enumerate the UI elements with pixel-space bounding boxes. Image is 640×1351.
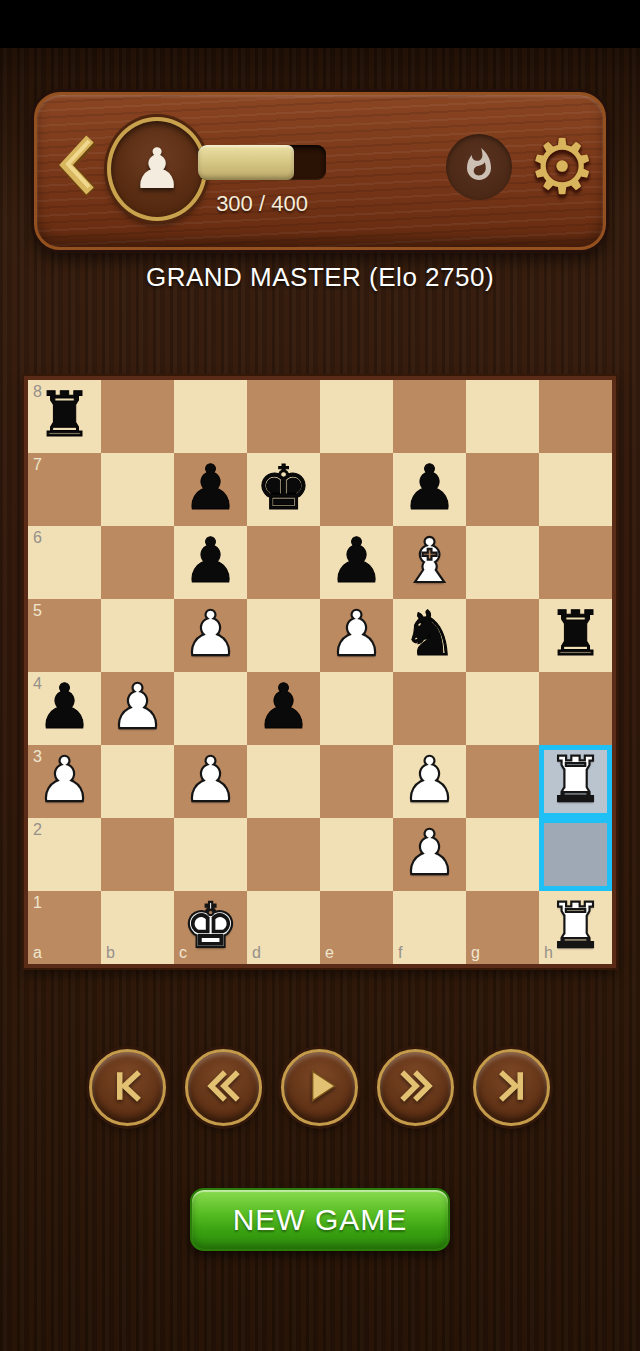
- rank-label-2: 2: [33, 822, 42, 838]
- square-b7[interactable]: [101, 453, 174, 526]
- square-d8[interactable]: [247, 380, 320, 453]
- square-f7[interactable]: ♟: [393, 453, 466, 526]
- step-back-button[interactable]: [185, 1049, 262, 1126]
- file-label-a: a: [33, 945, 42, 961]
- step-forward-button[interactable]: [377, 1049, 454, 1126]
- app-screen: ♟ 300 / 400 ⚙ GRAND MASTER (Elo 2750) 8♜…: [0, 0, 640, 1351]
- square-a5[interactable]: 5: [28, 599, 101, 672]
- level-progress-fill: [198, 145, 294, 180]
- square-h5[interactable]: ♜: [539, 599, 612, 672]
- piece-black-pawn: ♟: [402, 457, 458, 522]
- piece-black-rook: ♜: [37, 384, 93, 449]
- flame-icon: [461, 147, 497, 187]
- square-c6[interactable]: ♟: [174, 526, 247, 599]
- piece-black-knight: ♞: [402, 603, 458, 668]
- move-nav-controls: [89, 1049, 550, 1126]
- square-g8[interactable]: [466, 380, 539, 453]
- player-medallion: ♟: [107, 117, 207, 221]
- piece-black-king: ♚: [256, 457, 312, 522]
- square-b8[interactable]: [101, 380, 174, 453]
- square-d7[interactable]: ♚: [247, 453, 320, 526]
- piece-white-king: ♚: [183, 895, 239, 960]
- square-g4[interactable]: [466, 672, 539, 745]
- square-a8[interactable]: 8♜: [28, 380, 101, 453]
- square-h2[interactable]: [539, 818, 612, 891]
- file-label-d: d: [252, 945, 261, 961]
- square-f3[interactable]: ♟: [393, 745, 466, 818]
- square-e3[interactable]: [320, 745, 393, 818]
- rank-label-6: 6: [33, 530, 42, 546]
- square-g1[interactable]: g: [466, 891, 539, 964]
- square-g3[interactable]: [466, 745, 539, 818]
- file-label-e: e: [325, 945, 334, 961]
- skip-to-start-button[interactable]: [89, 1049, 166, 1126]
- square-h7[interactable]: [539, 453, 612, 526]
- square-f2[interactable]: ♟: [393, 818, 466, 891]
- piece-white-bishop: ♝: [402, 530, 458, 595]
- square-h4[interactable]: [539, 672, 612, 745]
- square-a4[interactable]: 4♟: [28, 672, 101, 745]
- piece-black-pawn: ♟: [329, 530, 385, 595]
- play-icon: [298, 1064, 342, 1112]
- square-a6[interactable]: 6: [28, 526, 101, 599]
- piece-black-pawn: ♟: [183, 457, 239, 522]
- square-b5[interactable]: [101, 599, 174, 672]
- square-d3[interactable]: [247, 745, 320, 818]
- piece-black-rook: ♜: [548, 603, 604, 668]
- square-e7[interactable]: [320, 453, 393, 526]
- square-h1[interactable]: h♜: [539, 891, 612, 964]
- square-c5[interactable]: ♟: [174, 599, 247, 672]
- streak-button[interactable]: [446, 134, 512, 200]
- play-button[interactable]: [281, 1049, 358, 1126]
- square-d4[interactable]: ♟: [247, 672, 320, 745]
- file-label-f: f: [398, 945, 402, 961]
- rank-label-1: 1: [33, 895, 42, 911]
- piece-black-pawn: ♟: [256, 676, 312, 741]
- level-progress-label: 300 / 400: [198, 191, 326, 217]
- status-bar: [0, 0, 640, 48]
- square-e1[interactable]: e: [320, 891, 393, 964]
- back-chevron-icon: [55, 185, 103, 202]
- square-c8[interactable]: [174, 380, 247, 453]
- back-button[interactable]: [55, 133, 103, 199]
- square-d5[interactable]: [247, 599, 320, 672]
- piece-black-pawn: ♟: [37, 676, 93, 741]
- step-forward-icon: [394, 1064, 438, 1112]
- square-b4[interactable]: ♟: [101, 672, 174, 745]
- piece-white-pawn: ♟: [402, 749, 458, 814]
- piece-white-pawn: ♟: [402, 822, 458, 887]
- square-d2[interactable]: [247, 818, 320, 891]
- square-e4[interactable]: [320, 672, 393, 745]
- square-d1[interactable]: d: [247, 891, 320, 964]
- skip-to-end-icon: [490, 1064, 534, 1112]
- square-a7[interactable]: 7: [28, 453, 101, 526]
- file-label-g: g: [471, 945, 480, 961]
- square-d6[interactable]: [247, 526, 320, 599]
- square-e6[interactable]: ♟: [320, 526, 393, 599]
- file-label-b: b: [106, 945, 115, 961]
- square-c2[interactable]: [174, 818, 247, 891]
- square-h3[interactable]: ♜: [539, 745, 612, 818]
- square-a1[interactable]: 1a: [28, 891, 101, 964]
- chess-board[interactable]: 8♜7♟♚♟6♟♟♝5♟♟♞♜4♟♟♟3♟♟♟♜2♟1abc♚defgh♜: [24, 376, 616, 968]
- piece-white-pawn: ♟: [329, 603, 385, 668]
- level-progress-bar: [198, 145, 326, 180]
- level-progress: 300 / 400: [198, 145, 326, 217]
- step-back-icon: [202, 1064, 246, 1112]
- square-f8[interactable]: [393, 380, 466, 453]
- square-h6[interactable]: [539, 526, 612, 599]
- square-c1[interactable]: c♚: [174, 891, 247, 964]
- new-game-button[interactable]: NEW GAME: [190, 1188, 450, 1251]
- square-f5[interactable]: ♞: [393, 599, 466, 672]
- piece-white-pawn: ♟: [183, 603, 239, 668]
- square-f6[interactable]: ♝: [393, 526, 466, 599]
- square-g7[interactable]: [466, 453, 539, 526]
- square-b6[interactable]: [101, 526, 174, 599]
- skip-to-end-button[interactable]: [473, 1049, 550, 1126]
- square-c4[interactable]: [174, 672, 247, 745]
- gear-icon: ⚙: [528, 129, 596, 205]
- square-c7[interactable]: ♟: [174, 453, 247, 526]
- difficulty-title: GRAND MASTER (Elo 2750): [0, 262, 640, 293]
- square-a3[interactable]: 3♟: [28, 745, 101, 818]
- square-c3[interactable]: ♟: [174, 745, 247, 818]
- piece-black-pawn: ♟: [183, 530, 239, 595]
- square-b1[interactable]: b: [101, 891, 174, 964]
- square-e8[interactable]: [320, 380, 393, 453]
- skip-to-start-icon: [106, 1064, 150, 1112]
- piece-white-pawn: ♟: [110, 676, 166, 741]
- square-f1[interactable]: f: [393, 891, 466, 964]
- piece-white-pawn: ♟: [183, 749, 239, 814]
- piece-white-rook: ♜: [548, 749, 604, 814]
- square-f4[interactable]: [393, 672, 466, 745]
- pawn-icon: ♟: [132, 141, 182, 197]
- settings-button[interactable]: ⚙: [520, 120, 604, 214]
- rank-label-5: 5: [33, 603, 42, 619]
- rank-label-7: 7: [33, 457, 42, 473]
- square-g2[interactable]: [466, 818, 539, 891]
- square-e2[interactable]: [320, 818, 393, 891]
- square-g5[interactable]: [466, 599, 539, 672]
- square-b2[interactable]: [101, 818, 174, 891]
- piece-white-pawn: ♟: [37, 749, 93, 814]
- square-a2[interactable]: 2: [28, 818, 101, 891]
- piece-white-rook: ♜: [548, 895, 604, 960]
- square-b3[interactable]: [101, 745, 174, 818]
- top-panel: ♟ 300 / 400 ⚙: [34, 92, 606, 250]
- square-e5[interactable]: ♟: [320, 599, 393, 672]
- square-g6[interactable]: [466, 526, 539, 599]
- square-h8[interactable]: [539, 380, 612, 453]
